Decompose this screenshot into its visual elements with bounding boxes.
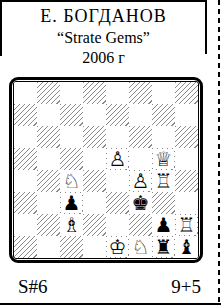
piece-h2: ♖ — [176, 215, 197, 235]
square-e5: ♙ — [106, 148, 129, 170]
square-f6 — [129, 126, 152, 148]
square-b1 — [37, 236, 60, 258]
square-c4: ♘ — [60, 170, 83, 192]
piece-e1: ♔ — [107, 237, 128, 257]
square-e7 — [106, 104, 129, 126]
square-g1: ♜ — [152, 236, 175, 258]
page-border-top — [0, 0, 207, 2]
square-a2 — [14, 214, 37, 236]
square-f8 — [129, 82, 152, 104]
square-c7 — [60, 104, 83, 126]
square-b3 — [37, 192, 60, 214]
square-a1 — [14, 236, 37, 258]
material-count-label: 9+5 — [171, 276, 201, 298]
square-b8 — [37, 82, 60, 104]
piece-g4: ♖ — [153, 171, 174, 191]
square-e4 — [106, 170, 129, 192]
square-b2 — [37, 214, 60, 236]
piece-c3: ♟ — [61, 193, 82, 213]
source-title: “Strate Gems” — [0, 28, 207, 48]
square-h5 — [175, 148, 198, 170]
square-h6 — [175, 126, 198, 148]
piece-e5: ♙ — [107, 149, 128, 169]
square-e3 — [106, 192, 129, 214]
square-g4: ♖ — [152, 170, 175, 192]
square-a4 — [14, 170, 37, 192]
square-f3: ♚ — [129, 192, 152, 214]
square-h2: ♖ — [175, 214, 198, 236]
chess-board-inner: ♙♕♘♙♖♟♚♗♟♖♔♘♜♝ — [13, 81, 199, 259]
square-f5 — [129, 148, 152, 170]
square-f4: ♙ — [129, 170, 152, 192]
square-a8 — [14, 82, 37, 104]
square-e2 — [106, 214, 129, 236]
square-c1 — [60, 236, 83, 258]
diagram-footer: S#6 9+5 — [18, 276, 201, 298]
square-a6 — [14, 126, 37, 148]
page-border-bottom — [0, 303, 221, 305]
square-d5 — [83, 148, 106, 170]
composer-name: Е. БОГДАНОВ — [0, 5, 207, 28]
chess-board: ♙♕♘♙♖♟♚♗♟♖♔♘♜♝ — [9, 77, 203, 263]
square-g8 — [152, 82, 175, 104]
square-e8 — [106, 82, 129, 104]
square-d6 — [83, 126, 106, 148]
square-d8 — [83, 82, 106, 104]
square-b5 — [37, 148, 60, 170]
piece-c4: ♘ — [61, 171, 82, 191]
square-c8 — [60, 82, 83, 104]
square-h1: ♝ — [175, 236, 198, 258]
piece-f4: ♙ — [130, 171, 151, 191]
square-b7 — [37, 104, 60, 126]
square-c5 — [60, 148, 83, 170]
square-g3 — [152, 192, 175, 214]
square-b4 — [37, 170, 60, 192]
piece-f3: ♚ — [130, 193, 151, 213]
square-h8 — [175, 82, 198, 104]
square-e1: ♔ — [106, 236, 129, 258]
square-h7 — [175, 104, 198, 126]
square-h4 — [175, 170, 198, 192]
square-g2: ♟ — [152, 214, 175, 236]
square-c2: ♗ — [60, 214, 83, 236]
square-d2 — [83, 214, 106, 236]
square-d4 — [83, 170, 106, 192]
square-d3 — [83, 192, 106, 214]
square-f7 — [129, 104, 152, 126]
square-d7 — [83, 104, 106, 126]
piece-g1: ♜ — [153, 237, 174, 257]
square-f1: ♘ — [129, 236, 152, 258]
square-g5: ♕ — [152, 148, 175, 170]
piece-h1: ♝ — [176, 237, 197, 257]
square-a3 — [14, 192, 37, 214]
piece-c2: ♗ — [61, 215, 82, 235]
square-e6 — [106, 126, 129, 148]
chess-board-grid: ♙♕♘♙♖♟♚♗♟♖♔♘♜♝ — [14, 82, 198, 258]
diagram-header: Е. БОГДАНОВ “Strate Gems” 2006 г — [0, 5, 207, 68]
square-h3 — [175, 192, 198, 214]
stipulation-label: S#6 — [18, 276, 48, 298]
square-c3: ♟ — [60, 192, 83, 214]
square-a7 — [14, 104, 37, 126]
square-d1 — [83, 236, 106, 258]
square-g6 — [152, 126, 175, 148]
square-c6 — [60, 126, 83, 148]
square-b6 — [37, 126, 60, 148]
page-border-dashed-right — [218, 0, 220, 306]
year: 2006 г — [0, 48, 207, 68]
square-f2 — [129, 214, 152, 236]
square-g7 — [152, 104, 175, 126]
piece-f1: ♘ — [130, 237, 151, 257]
piece-g2: ♟ — [153, 215, 174, 235]
piece-g5: ♕ — [153, 149, 174, 169]
square-a5 — [14, 148, 37, 170]
